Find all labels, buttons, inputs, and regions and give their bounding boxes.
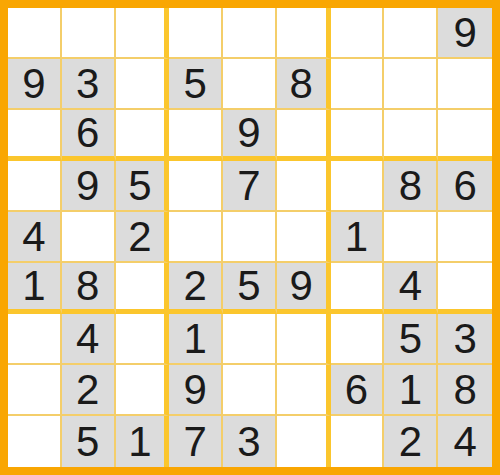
cell-r8c9[interactable]: 8 — [438, 365, 492, 416]
sudoku-board: 993586995786421182594415329618517324 — [0, 0, 500, 475]
cell-r3c1[interactable] — [8, 110, 62, 161]
cell-r7c4[interactable]: 1 — [169, 314, 223, 365]
cell-r7c9[interactable]: 3 — [438, 314, 492, 365]
cell-r2c3[interactable] — [116, 59, 170, 110]
cell-r3c2[interactable]: 6 — [62, 110, 116, 161]
cell-r4c6[interactable] — [277, 161, 331, 212]
cell-r6c6[interactable]: 9 — [277, 263, 331, 314]
cell-r4c4[interactable] — [169, 161, 223, 212]
cell-r7c5[interactable] — [223, 314, 277, 365]
cell-r9c9[interactable]: 4 — [438, 416, 492, 467]
cell-r5c1[interactable]: 4 — [8, 212, 62, 263]
cell-r7c7[interactable] — [331, 314, 385, 365]
cell-r4c8[interactable]: 8 — [384, 161, 438, 212]
cell-r9c4[interactable]: 7 — [169, 416, 223, 467]
cell-r7c3[interactable] — [116, 314, 170, 365]
cell-r2c2[interactable]: 3 — [62, 59, 116, 110]
cell-r6c4[interactable]: 2 — [169, 263, 223, 314]
cell-r5c9[interactable] — [438, 212, 492, 263]
cell-r7c6[interactable] — [277, 314, 331, 365]
cell-r6c5[interactable]: 5 — [223, 263, 277, 314]
cell-r8c7[interactable]: 6 — [331, 365, 385, 416]
cell-r1c1[interactable] — [8, 8, 62, 59]
cell-r9c3[interactable]: 1 — [116, 416, 170, 467]
cell-r5c4[interactable] — [169, 212, 223, 263]
cell-r2c1[interactable]: 9 — [8, 59, 62, 110]
cell-r8c2[interactable]: 2 — [62, 365, 116, 416]
cell-r5c7[interactable]: 1 — [331, 212, 385, 263]
cell-r8c1[interactable] — [8, 365, 62, 416]
cell-r2c7[interactable] — [331, 59, 385, 110]
cell-r8c6[interactable] — [277, 365, 331, 416]
cell-r2c9[interactable] — [438, 59, 492, 110]
cell-r3c6[interactable] — [277, 110, 331, 161]
cell-r4c9[interactable]: 6 — [438, 161, 492, 212]
cell-r4c3[interactable]: 5 — [116, 161, 170, 212]
cell-r9c8[interactable]: 2 — [384, 416, 438, 467]
cell-r7c1[interactable] — [8, 314, 62, 365]
cell-r7c2[interactable]: 4 — [62, 314, 116, 365]
cell-r1c4[interactable] — [169, 8, 223, 59]
cell-r6c2[interactable]: 8 — [62, 263, 116, 314]
cell-r4c5[interactable]: 7 — [223, 161, 277, 212]
cell-r3c3[interactable] — [116, 110, 170, 161]
cell-r2c5[interactable] — [223, 59, 277, 110]
cell-r9c2[interactable]: 5 — [62, 416, 116, 467]
cell-r2c8[interactable] — [384, 59, 438, 110]
cell-r5c2[interactable] — [62, 212, 116, 263]
cell-r6c9[interactable] — [438, 263, 492, 314]
cell-r8c4[interactable]: 9 — [169, 365, 223, 416]
cell-r1c6[interactable] — [277, 8, 331, 59]
cell-r4c2[interactable]: 9 — [62, 161, 116, 212]
cell-r6c7[interactable] — [331, 263, 385, 314]
cell-r8c3[interactable] — [116, 365, 170, 416]
cell-r2c6[interactable]: 8 — [277, 59, 331, 110]
cell-r1c8[interactable] — [384, 8, 438, 59]
cell-r4c1[interactable] — [8, 161, 62, 212]
cell-r6c3[interactable] — [116, 263, 170, 314]
cell-r3c8[interactable] — [384, 110, 438, 161]
cell-r1c2[interactable] — [62, 8, 116, 59]
cell-r9c1[interactable] — [8, 416, 62, 467]
cell-r9c7[interactable] — [331, 416, 385, 467]
cell-r9c5[interactable]: 3 — [223, 416, 277, 467]
cell-r1c9[interactable]: 9 — [438, 8, 492, 59]
cell-r5c6[interactable] — [277, 212, 331, 263]
cell-r5c8[interactable] — [384, 212, 438, 263]
cell-r7c8[interactable]: 5 — [384, 314, 438, 365]
cell-r3c5[interactable]: 9 — [223, 110, 277, 161]
cell-r8c8[interactable]: 1 — [384, 365, 438, 416]
cell-r5c3[interactable]: 2 — [116, 212, 170, 263]
cell-r1c3[interactable] — [116, 8, 170, 59]
cell-r3c9[interactable] — [438, 110, 492, 161]
cell-r1c5[interactable] — [223, 8, 277, 59]
cell-r5c5[interactable] — [223, 212, 277, 263]
cell-r8c5[interactable] — [223, 365, 277, 416]
cell-r3c7[interactable] — [331, 110, 385, 161]
cell-r1c7[interactable] — [331, 8, 385, 59]
cell-r6c8[interactable]: 4 — [384, 263, 438, 314]
cell-r3c4[interactable] — [169, 110, 223, 161]
cell-r6c1[interactable]: 1 — [8, 263, 62, 314]
cell-r9c6[interactable] — [277, 416, 331, 467]
cell-r4c7[interactable] — [331, 161, 385, 212]
cell-r2c4[interactable]: 5 — [169, 59, 223, 110]
